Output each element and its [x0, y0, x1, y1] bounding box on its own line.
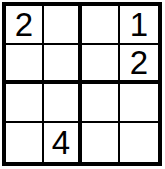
cell-r3c1[interactable]: [6, 84, 44, 123]
cell-r4c2[interactable]: 4: [44, 123, 82, 162]
cell-r4c1[interactable]: [6, 123, 44, 162]
cell-r1c4[interactable]: 1: [120, 6, 158, 45]
cell-r1c1[interactable]: 2: [6, 6, 44, 45]
cell-r2c3[interactable]: [82, 45, 120, 84]
cell-r2c2[interactable]: [44, 45, 82, 84]
cell-r4c4[interactable]: [120, 123, 158, 162]
cell-r3c2[interactable]: [44, 84, 82, 123]
cell-r1c2[interactable]: [44, 6, 82, 45]
cell-r4c3[interactable]: [82, 123, 120, 162]
cell-r3c4[interactable]: [120, 84, 158, 123]
cell-r2c1[interactable]: [6, 45, 44, 84]
sudoku-board: 2 1 2 4: [2, 2, 162, 166]
cell-r2c4[interactable]: 2: [120, 45, 158, 84]
cell-r3c3[interactable]: [82, 84, 120, 123]
cell-r1c3[interactable]: [82, 6, 120, 45]
